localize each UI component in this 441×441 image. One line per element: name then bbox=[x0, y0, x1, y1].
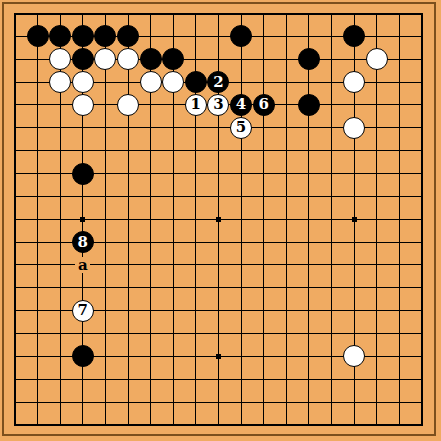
black-stone bbox=[298, 94, 320, 116]
move-8-stone: 8 bbox=[72, 231, 94, 253]
move-6-stone: 6 bbox=[253, 94, 275, 116]
go-board: 12345678a bbox=[0, 0, 441, 441]
move-1-stone: 1 bbox=[185, 94, 207, 116]
grid-line-vertical bbox=[308, 13, 309, 426]
white-stone bbox=[343, 71, 365, 93]
black-stone bbox=[72, 48, 94, 70]
hoshi-point bbox=[80, 217, 85, 222]
grid-line-vertical bbox=[263, 13, 264, 426]
grid-line-vertical bbox=[241, 13, 242, 426]
black-stone bbox=[72, 163, 94, 185]
grid-line-horizontal bbox=[14, 424, 423, 426]
grid-line-horizontal bbox=[14, 402, 423, 403]
white-stone bbox=[72, 71, 94, 93]
black-stone bbox=[72, 345, 94, 367]
white-stone bbox=[140, 71, 162, 93]
grid-line-vertical bbox=[376, 13, 377, 426]
move-4-stone: 4 bbox=[230, 94, 252, 116]
grid-line-horizontal bbox=[14, 287, 423, 288]
grid-line-vertical bbox=[286, 13, 287, 426]
move-7-stone: 7 bbox=[72, 300, 94, 322]
hoshi-point bbox=[352, 217, 357, 222]
black-stone bbox=[140, 48, 162, 70]
hoshi-point bbox=[216, 217, 221, 222]
white-stone bbox=[343, 117, 365, 139]
white-stone bbox=[72, 94, 94, 116]
hoshi-point bbox=[216, 354, 221, 359]
white-stone bbox=[117, 94, 139, 116]
white-stone bbox=[366, 48, 388, 70]
black-stone bbox=[298, 48, 320, 70]
grid-line-vertical bbox=[331, 13, 332, 426]
grid-line-horizontal bbox=[14, 379, 423, 380]
grid-line-horizontal bbox=[14, 333, 423, 334]
grid-line-vertical bbox=[421, 13, 423, 426]
black-stone bbox=[185, 71, 207, 93]
point-label-a: a bbox=[75, 257, 90, 273]
black-stone bbox=[27, 25, 49, 47]
move-5-stone: 5 bbox=[230, 117, 252, 139]
grid-line-vertical bbox=[399, 13, 400, 426]
